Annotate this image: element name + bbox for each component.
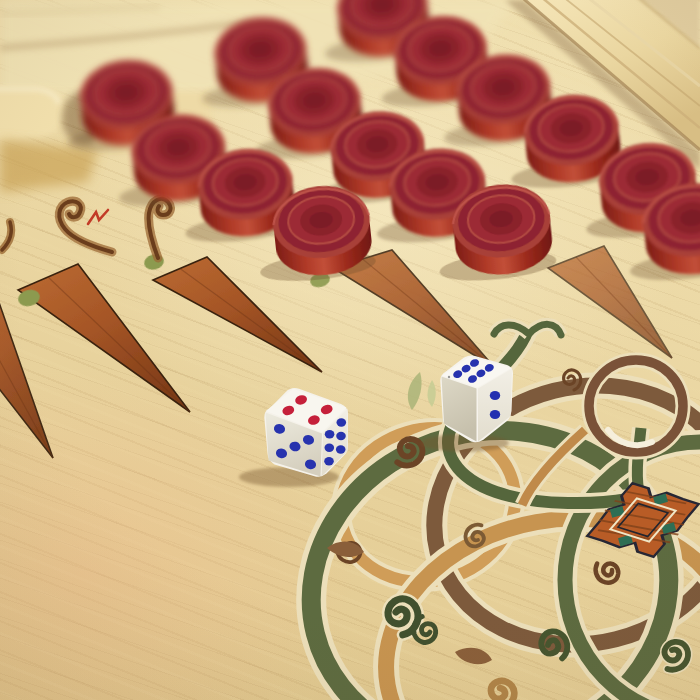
leaf-shape — [408, 372, 422, 410]
die-speck — [448, 376, 450, 378]
point-grain-line — [180, 269, 322, 373]
red-mark-ornament — [88, 210, 108, 224]
board-point-triangle — [0, 288, 53, 458]
die-left-showing-4[interactable] — [239, 388, 348, 487]
brown-hook — [455, 648, 492, 664]
backgammon-photo-scene — [0, 0, 700, 700]
board-art-layer — [0, 0, 700, 700]
leaf-shape — [428, 380, 436, 407]
die-right-showing-6[interactable] — [421, 356, 513, 452]
point-grain-line — [48, 277, 190, 412]
